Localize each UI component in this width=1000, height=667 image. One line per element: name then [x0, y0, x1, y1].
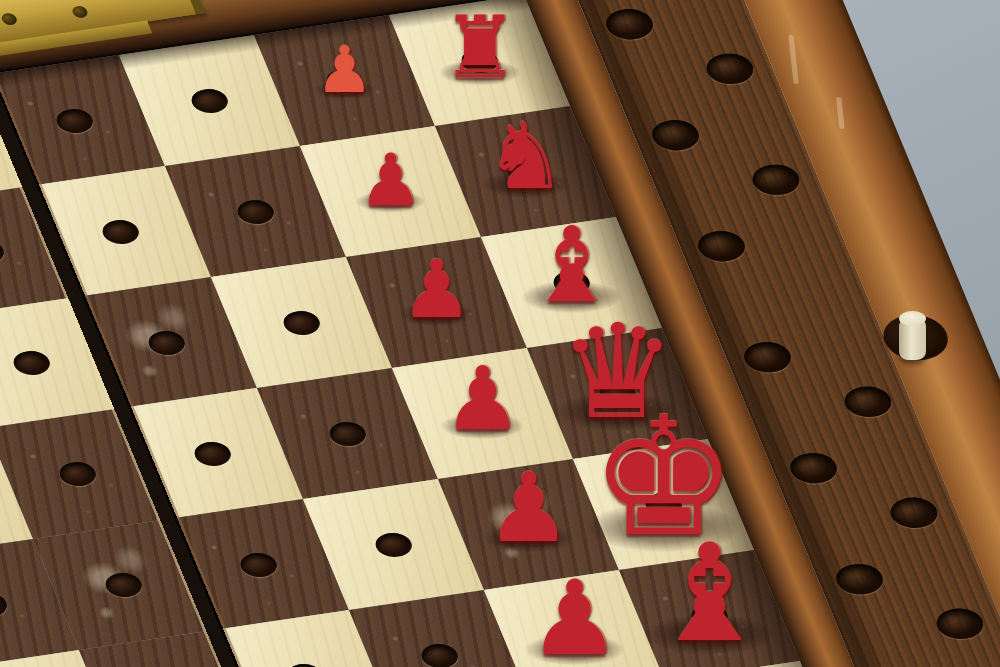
peg-hole	[279, 308, 323, 336]
piece-red-pawn-e2[interactable]: ♟	[481, 461, 576, 556]
peg-hole	[52, 106, 96, 134]
peg-hole	[0, 237, 8, 265]
piece-red-pawn-c2[interactable]: ♟	[397, 250, 477, 330]
piece-red-knight-b1[interactable]: ♞	[480, 111, 572, 203]
peg-hole	[190, 439, 234, 467]
peg-hole	[9, 348, 53, 376]
peg-hole	[371, 530, 415, 558]
peg-hole	[282, 661, 326, 667]
peg-hole	[144, 328, 188, 356]
peg-hole	[325, 419, 369, 447]
peg-hole	[187, 86, 231, 114]
peg-hole	[236, 550, 280, 578]
peg-hole	[55, 459, 99, 487]
ivory-peg[interactable]	[899, 318, 926, 360]
peg-hole	[101, 570, 145, 598]
piece-red-pawn-d2[interactable]: ♟	[439, 356, 527, 444]
piece-red-bishop-f1[interactable]: ♝	[642, 526, 777, 661]
peg-hole	[233, 197, 277, 225]
piece-red-rook-a1[interactable]: ♜	[436, 4, 522, 90]
peg-hole	[417, 641, 461, 667]
peg-hole	[0, 590, 11, 618]
peg-hole	[98, 217, 142, 245]
piece-red-pawn-f2[interactable]: ♟	[523, 567, 626, 667]
piece-red-pawn-a2[interactable]: ♟	[312, 38, 376, 102]
travel-chess-set-photo: ♜♞♝♛♚♝♟♟♟♟♟♟	[0, 0, 1000, 667]
piece-red-pawn-b2[interactable]: ♟	[354, 144, 426, 216]
